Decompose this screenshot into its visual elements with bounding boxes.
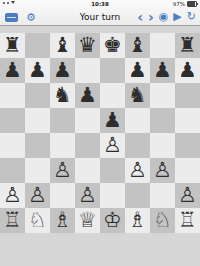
square-h7[interactable]: ♟ xyxy=(175,58,200,83)
piece-wr[interactable]: ♖ xyxy=(178,208,197,233)
piece-wp[interactable]: ♙ xyxy=(28,183,47,208)
square-c4[interactable] xyxy=(50,133,75,158)
square-a5[interactable] xyxy=(0,108,25,133)
square-f2[interactable] xyxy=(125,183,150,208)
piece-bn[interactable]: ♞ xyxy=(53,83,72,108)
square-c7[interactable]: ♟ xyxy=(50,58,75,83)
square-f3[interactable]: ♙ xyxy=(125,158,150,183)
piece-wn[interactable]: ♘ xyxy=(153,208,172,233)
piece-wp[interactable]: ♙ xyxy=(53,158,72,183)
toolbar-right-group: ‹›◉▶↻ xyxy=(137,9,196,25)
square-d4[interactable] xyxy=(75,133,100,158)
piece-wp[interactable]: ♙ xyxy=(103,133,122,158)
app-screen: 10:38 97% ⚙ Your turn ‹›◉▶↻ ♜♝♛♚♝♜♟♟♟♟♟♟… xyxy=(0,0,200,266)
forward-chevron-icon[interactable]: › xyxy=(148,10,154,24)
square-h8[interactable]: ♜ xyxy=(175,33,200,58)
piece-wk[interactable]: ♔ xyxy=(103,208,122,233)
piece-wb[interactable]: ♗ xyxy=(128,208,147,233)
piece-wp[interactable]: ♙ xyxy=(153,158,172,183)
square-d7[interactable] xyxy=(75,58,100,83)
piece-bp[interactable]: ♟ xyxy=(178,58,197,83)
status-bar: 10:38 97% xyxy=(0,0,200,8)
square-d2[interactable]: ♙ xyxy=(75,183,100,208)
square-a2[interactable]: ♙ xyxy=(0,183,25,208)
piece-wq[interactable]: ♕ xyxy=(78,208,97,233)
top-bar: 10:38 97% ⚙ Your turn ‹›◉▶↻ xyxy=(0,0,200,26)
square-e2[interactable] xyxy=(100,183,125,208)
status-clock: 10:38 xyxy=(0,1,200,7)
battery-percent: 97% xyxy=(173,1,185,7)
square-h6[interactable] xyxy=(175,83,200,108)
piece-bp[interactable]: ♟ xyxy=(103,108,122,133)
piece-wn[interactable]: ♘ xyxy=(28,208,47,233)
square-g3[interactable]: ♙ xyxy=(150,158,175,183)
toolbar: ⚙ Your turn ‹›◉▶↻ xyxy=(0,8,200,26)
square-f8[interactable]: ♝ xyxy=(125,33,150,58)
hint-target-icon[interactable]: ◉ xyxy=(159,9,169,25)
piece-bp[interactable]: ♟ xyxy=(78,83,97,108)
square-b3[interactable] xyxy=(25,158,50,183)
square-d3[interactable] xyxy=(75,158,100,183)
refresh-icon[interactable]: ↻ xyxy=(187,9,196,25)
square-f6[interactable]: ♞ xyxy=(125,83,150,108)
square-g2[interactable] xyxy=(150,183,175,208)
square-b4[interactable] xyxy=(25,133,50,158)
square-f1[interactable]: ♗ xyxy=(125,208,150,233)
piece-bp[interactable]: ♟ xyxy=(128,58,147,83)
square-h5[interactable] xyxy=(175,108,200,133)
square-b1[interactable]: ♘ xyxy=(25,208,50,233)
piece-bb[interactable]: ♝ xyxy=(53,33,72,58)
square-c5[interactable] xyxy=(50,108,75,133)
piece-wp[interactable]: ♙ xyxy=(3,183,22,208)
square-h4[interactable] xyxy=(175,133,200,158)
piece-br[interactable]: ♜ xyxy=(178,33,197,58)
square-e1[interactable]: ♔ xyxy=(100,208,125,233)
piece-wp[interactable]: ♙ xyxy=(78,183,97,208)
bottom-background xyxy=(0,233,200,266)
piece-bk[interactable]: ♚ xyxy=(103,33,122,58)
square-f4[interactable] xyxy=(125,133,150,158)
square-e7[interactable] xyxy=(100,58,125,83)
piece-bn[interactable]: ♞ xyxy=(128,83,147,108)
square-e6[interactable] xyxy=(100,83,125,108)
square-b5[interactable] xyxy=(25,108,50,133)
piece-bp[interactable]: ♟ xyxy=(53,58,72,83)
square-h1[interactable]: ♖ xyxy=(175,208,200,233)
status-right: 97% xyxy=(173,1,197,7)
piece-wp[interactable]: ♙ xyxy=(178,183,197,208)
square-c3[interactable]: ♙ xyxy=(50,158,75,183)
square-g1[interactable]: ♘ xyxy=(150,208,175,233)
piece-wb[interactable]: ♗ xyxy=(53,208,72,233)
square-h3[interactable] xyxy=(175,158,200,183)
piece-bb[interactable]: ♝ xyxy=(128,33,147,58)
piece-br[interactable]: ♜ xyxy=(3,33,22,58)
square-g7[interactable]: ♟ xyxy=(150,58,175,83)
piece-wp[interactable]: ♙ xyxy=(128,158,147,183)
square-h2[interactable]: ♙ xyxy=(175,183,200,208)
square-d6[interactable]: ♟ xyxy=(75,83,100,108)
square-e5[interactable]: ♟ xyxy=(100,108,125,133)
square-a8[interactable]: ♜ xyxy=(0,33,25,58)
back-chevron-icon[interactable]: ‹ xyxy=(137,10,143,24)
square-c8[interactable]: ♝ xyxy=(50,33,75,58)
square-b7[interactable]: ♟ xyxy=(25,58,50,83)
square-a1[interactable]: ♖ xyxy=(0,208,25,233)
square-e8[interactable]: ♚ xyxy=(100,33,125,58)
games-list-icon[interactable] xyxy=(5,13,18,22)
square-b8[interactable] xyxy=(25,33,50,58)
square-e3[interactable] xyxy=(100,158,125,183)
piece-bp[interactable]: ♟ xyxy=(3,58,22,83)
square-e4[interactable]: ♙ xyxy=(100,133,125,158)
square-f7[interactable]: ♟ xyxy=(125,58,150,83)
square-c6[interactable]: ♞ xyxy=(50,83,75,108)
square-g4[interactable] xyxy=(150,133,175,158)
square-a6[interactable] xyxy=(0,83,25,108)
square-a4[interactable] xyxy=(0,133,25,158)
piece-bp[interactable]: ♟ xyxy=(28,58,47,83)
square-d1[interactable]: ♕ xyxy=(75,208,100,233)
chess-board[interactable]: ♜♝♛♚♝♜♟♟♟♟♟♟♞♟♞♟♙♙♙♙♙♙♙♙♖♘♗♕♔♗♘♖ xyxy=(0,33,200,233)
square-g8[interactable] xyxy=(150,33,175,58)
square-a7[interactable]: ♟ xyxy=(0,58,25,83)
square-c1[interactable]: ♗ xyxy=(50,208,75,233)
square-f5[interactable] xyxy=(125,108,150,133)
square-d5[interactable] xyxy=(75,108,100,133)
battery-icon xyxy=(187,1,197,7)
square-b2[interactable]: ♙ xyxy=(25,183,50,208)
square-g5[interactable] xyxy=(150,108,175,133)
settings-gear-icon[interactable]: ⚙ xyxy=(26,12,36,23)
toolbar-left-group: ⚙ xyxy=(5,10,36,24)
piece-wr[interactable]: ♖ xyxy=(3,208,22,233)
square-b6[interactable] xyxy=(25,83,50,108)
play-icon[interactable]: ▶ xyxy=(173,9,181,25)
piece-bp[interactable]: ♟ xyxy=(153,58,172,83)
square-g6[interactable] xyxy=(150,83,175,108)
square-c2[interactable] xyxy=(50,183,75,208)
square-d8[interactable]: ♛ xyxy=(75,33,100,58)
piece-bq[interactable]: ♛ xyxy=(78,33,97,58)
square-a3[interactable] xyxy=(0,158,25,183)
